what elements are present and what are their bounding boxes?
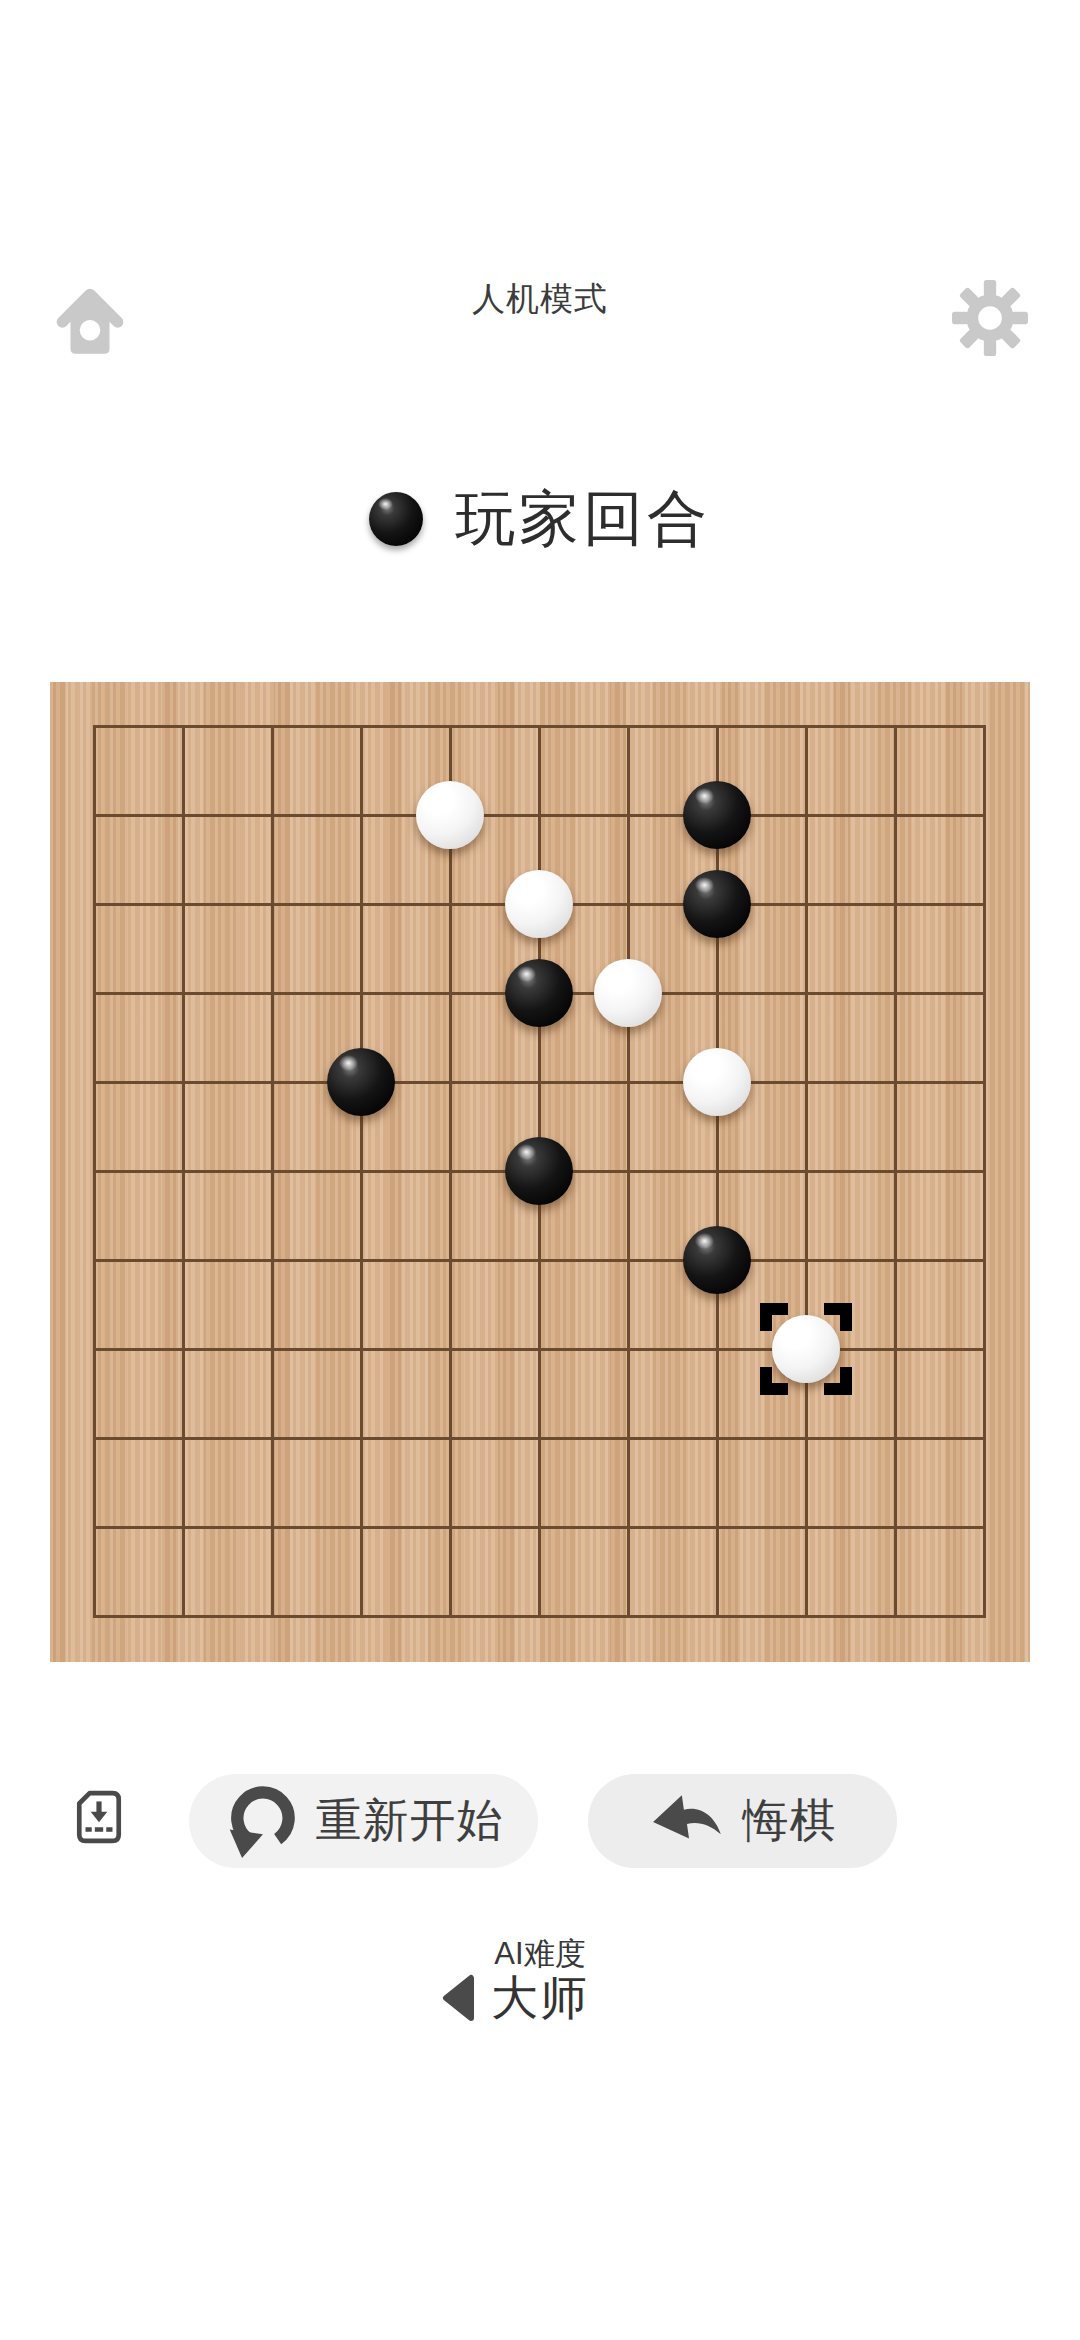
turn-label: 玩家回合 [455, 479, 711, 560]
gear-icon [950, 345, 1030, 360]
grid-line-h [93, 1259, 986, 1262]
black-stone [505, 959, 573, 1027]
home-icon [52, 347, 128, 362]
gomoku-board[interactable] [50, 682, 1030, 1662]
difficulty-value: 大师 [491, 1967, 589, 2030]
page-title: 人机模式 [0, 277, 1080, 322]
black-stone [683, 870, 751, 938]
restart-label: 重新开始 [316, 1790, 504, 1852]
white-stone [683, 1048, 751, 1116]
grid-line-h [93, 1615, 986, 1618]
grid-line-v [627, 725, 630, 1618]
white-stone [505, 870, 573, 938]
save-record-button[interactable] [68, 1786, 130, 1850]
black-stone [327, 1048, 395, 1116]
grid-line-v [805, 725, 808, 1618]
left-triangle-icon [442, 2011, 474, 2026]
save-record-icon [74, 1790, 124, 1847]
difficulty-prev-button[interactable] [442, 1973, 474, 2023]
turn-indicator: 玩家回合 [0, 486, 1080, 552]
controls-bar: 重新开始 悔棋 [0, 1774, 1080, 1868]
undo-arrow-icon [649, 1789, 727, 1854]
black-stone [683, 781, 751, 849]
undo-label: 悔棋 [743, 1790, 837, 1852]
white-stone [772, 1315, 840, 1383]
restart-button[interactable]: 重新开始 [189, 1774, 538, 1868]
black-stone [683, 1226, 751, 1294]
grid-line-h [93, 1437, 986, 1440]
restart-icon [224, 1779, 300, 1864]
grid-line-v [894, 725, 897, 1618]
black-stone [505, 1137, 573, 1205]
grid-line-v [716, 725, 719, 1618]
white-stone [594, 959, 662, 1027]
app-screen: 人机模式 玩家回合 [0, 0, 1080, 2340]
undo-button[interactable]: 悔棋 [588, 1774, 897, 1868]
grid-line-h [93, 1526, 986, 1529]
settings-button[interactable] [950, 279, 1030, 357]
difficulty-selector: 大师 [0, 1969, 1080, 2027]
white-stone [416, 781, 484, 849]
black-stone-icon [369, 492, 423, 546]
grid-line-v [983, 725, 986, 1618]
